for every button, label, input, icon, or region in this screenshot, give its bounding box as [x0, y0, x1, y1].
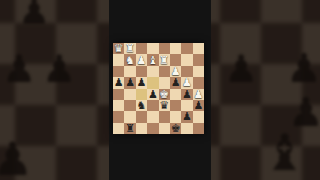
- square-e6[interactable]: [159, 66, 170, 77]
- square-h1[interactable]: [193, 123, 204, 134]
- black-pawn[interactable]: ♟: [137, 77, 147, 88]
- square-g1[interactable]: [181, 123, 192, 134]
- video-frame: ♟♟♟♟♟♟♟♝ ♛♜♞♟♝♜♟♟♟♟♟♟♟♚♟♟♞♛♟♟♜♚: [0, 0, 320, 180]
- square-h8[interactable]: [193, 43, 204, 54]
- square-a7[interactable]: [113, 54, 124, 65]
- square-c5[interactable]: ♟: [136, 77, 147, 88]
- square-a8[interactable]: ♛: [113, 43, 124, 54]
- square-h3[interactable]: ♟: [193, 100, 204, 111]
- black-king[interactable]: ♚: [171, 122, 181, 133]
- square-b7[interactable]: ♞: [124, 54, 135, 65]
- square-f4[interactable]: [170, 89, 181, 100]
- black-pawn[interactable]: ♟: [171, 77, 181, 88]
- white-rook[interactable]: ♜: [125, 43, 135, 54]
- square-c2[interactable]: [136, 111, 147, 122]
- black-knight[interactable]: ♞: [137, 100, 147, 111]
- square-d6[interactable]: [147, 66, 158, 77]
- black-queen[interactable]: ♛: [159, 100, 169, 111]
- square-b5[interactable]: ♟: [124, 77, 135, 88]
- square-d3[interactable]: [147, 100, 158, 111]
- square-e1[interactable]: [159, 123, 170, 134]
- square-h7[interactable]: [193, 54, 204, 65]
- square-d1[interactable]: [147, 123, 158, 134]
- square-f8[interactable]: [170, 43, 181, 54]
- square-d4[interactable]: ♟: [147, 89, 158, 100]
- square-e2[interactable]: [159, 111, 170, 122]
- square-d7[interactable]: ♝: [147, 54, 158, 65]
- white-pawn[interactable]: ♟: [171, 65, 181, 76]
- black-pawn[interactable]: ♟: [114, 77, 124, 88]
- square-g4[interactable]: ♟: [181, 89, 192, 100]
- square-c7[interactable]: ♟: [136, 54, 147, 65]
- square-c1[interactable]: [136, 123, 147, 134]
- square-g2[interactable]: ♟: [181, 111, 192, 122]
- white-queen[interactable]: ♛: [114, 43, 124, 54]
- square-a5[interactable]: ♟: [113, 77, 124, 88]
- white-knight[interactable]: ♞: [125, 54, 135, 65]
- white-pawn[interactable]: ♟: [193, 88, 203, 99]
- square-f1[interactable]: ♚: [170, 123, 181, 134]
- black-rook[interactable]: ♜: [125, 122, 135, 133]
- square-a1[interactable]: [113, 123, 124, 134]
- white-pawn[interactable]: ♟: [182, 77, 192, 88]
- square-g8[interactable]: [181, 43, 192, 54]
- black-pawn[interactable]: ♟: [182, 111, 192, 122]
- square-f5[interactable]: ♟: [170, 77, 181, 88]
- square-d2[interactable]: [147, 111, 158, 122]
- square-b4[interactable]: [124, 89, 135, 100]
- square-h2[interactable]: [193, 111, 204, 122]
- black-pawn[interactable]: ♟: [193, 100, 203, 111]
- white-rook[interactable]: ♜: [159, 54, 169, 65]
- black-pawn[interactable]: ♟: [148, 88, 158, 99]
- square-a2[interactable]: [113, 111, 124, 122]
- square-a3[interactable]: [113, 100, 124, 111]
- white-king[interactable]: ♚: [159, 88, 169, 99]
- square-b1[interactable]: ♜: [124, 123, 135, 134]
- square-b3[interactable]: [124, 100, 135, 111]
- square-f3[interactable]: [170, 100, 181, 111]
- chess-board[interactable]: ♛♜♞♟♝♜♟♟♟♟♟♟♟♚♟♟♞♛♟♟♜♚: [113, 43, 204, 134]
- square-h6[interactable]: [193, 66, 204, 77]
- square-a4[interactable]: [113, 89, 124, 100]
- black-pawn[interactable]: ♟: [182, 88, 192, 99]
- square-c3[interactable]: ♞: [136, 100, 147, 111]
- white-pawn[interactable]: ♟: [137, 54, 147, 65]
- square-e3[interactable]: ♛: [159, 100, 170, 111]
- square-g7[interactable]: [181, 54, 192, 65]
- white-bishop[interactable]: ♝: [148, 54, 158, 65]
- black-pawn[interactable]: ♟: [125, 77, 135, 88]
- square-e7[interactable]: ♜: [159, 54, 170, 65]
